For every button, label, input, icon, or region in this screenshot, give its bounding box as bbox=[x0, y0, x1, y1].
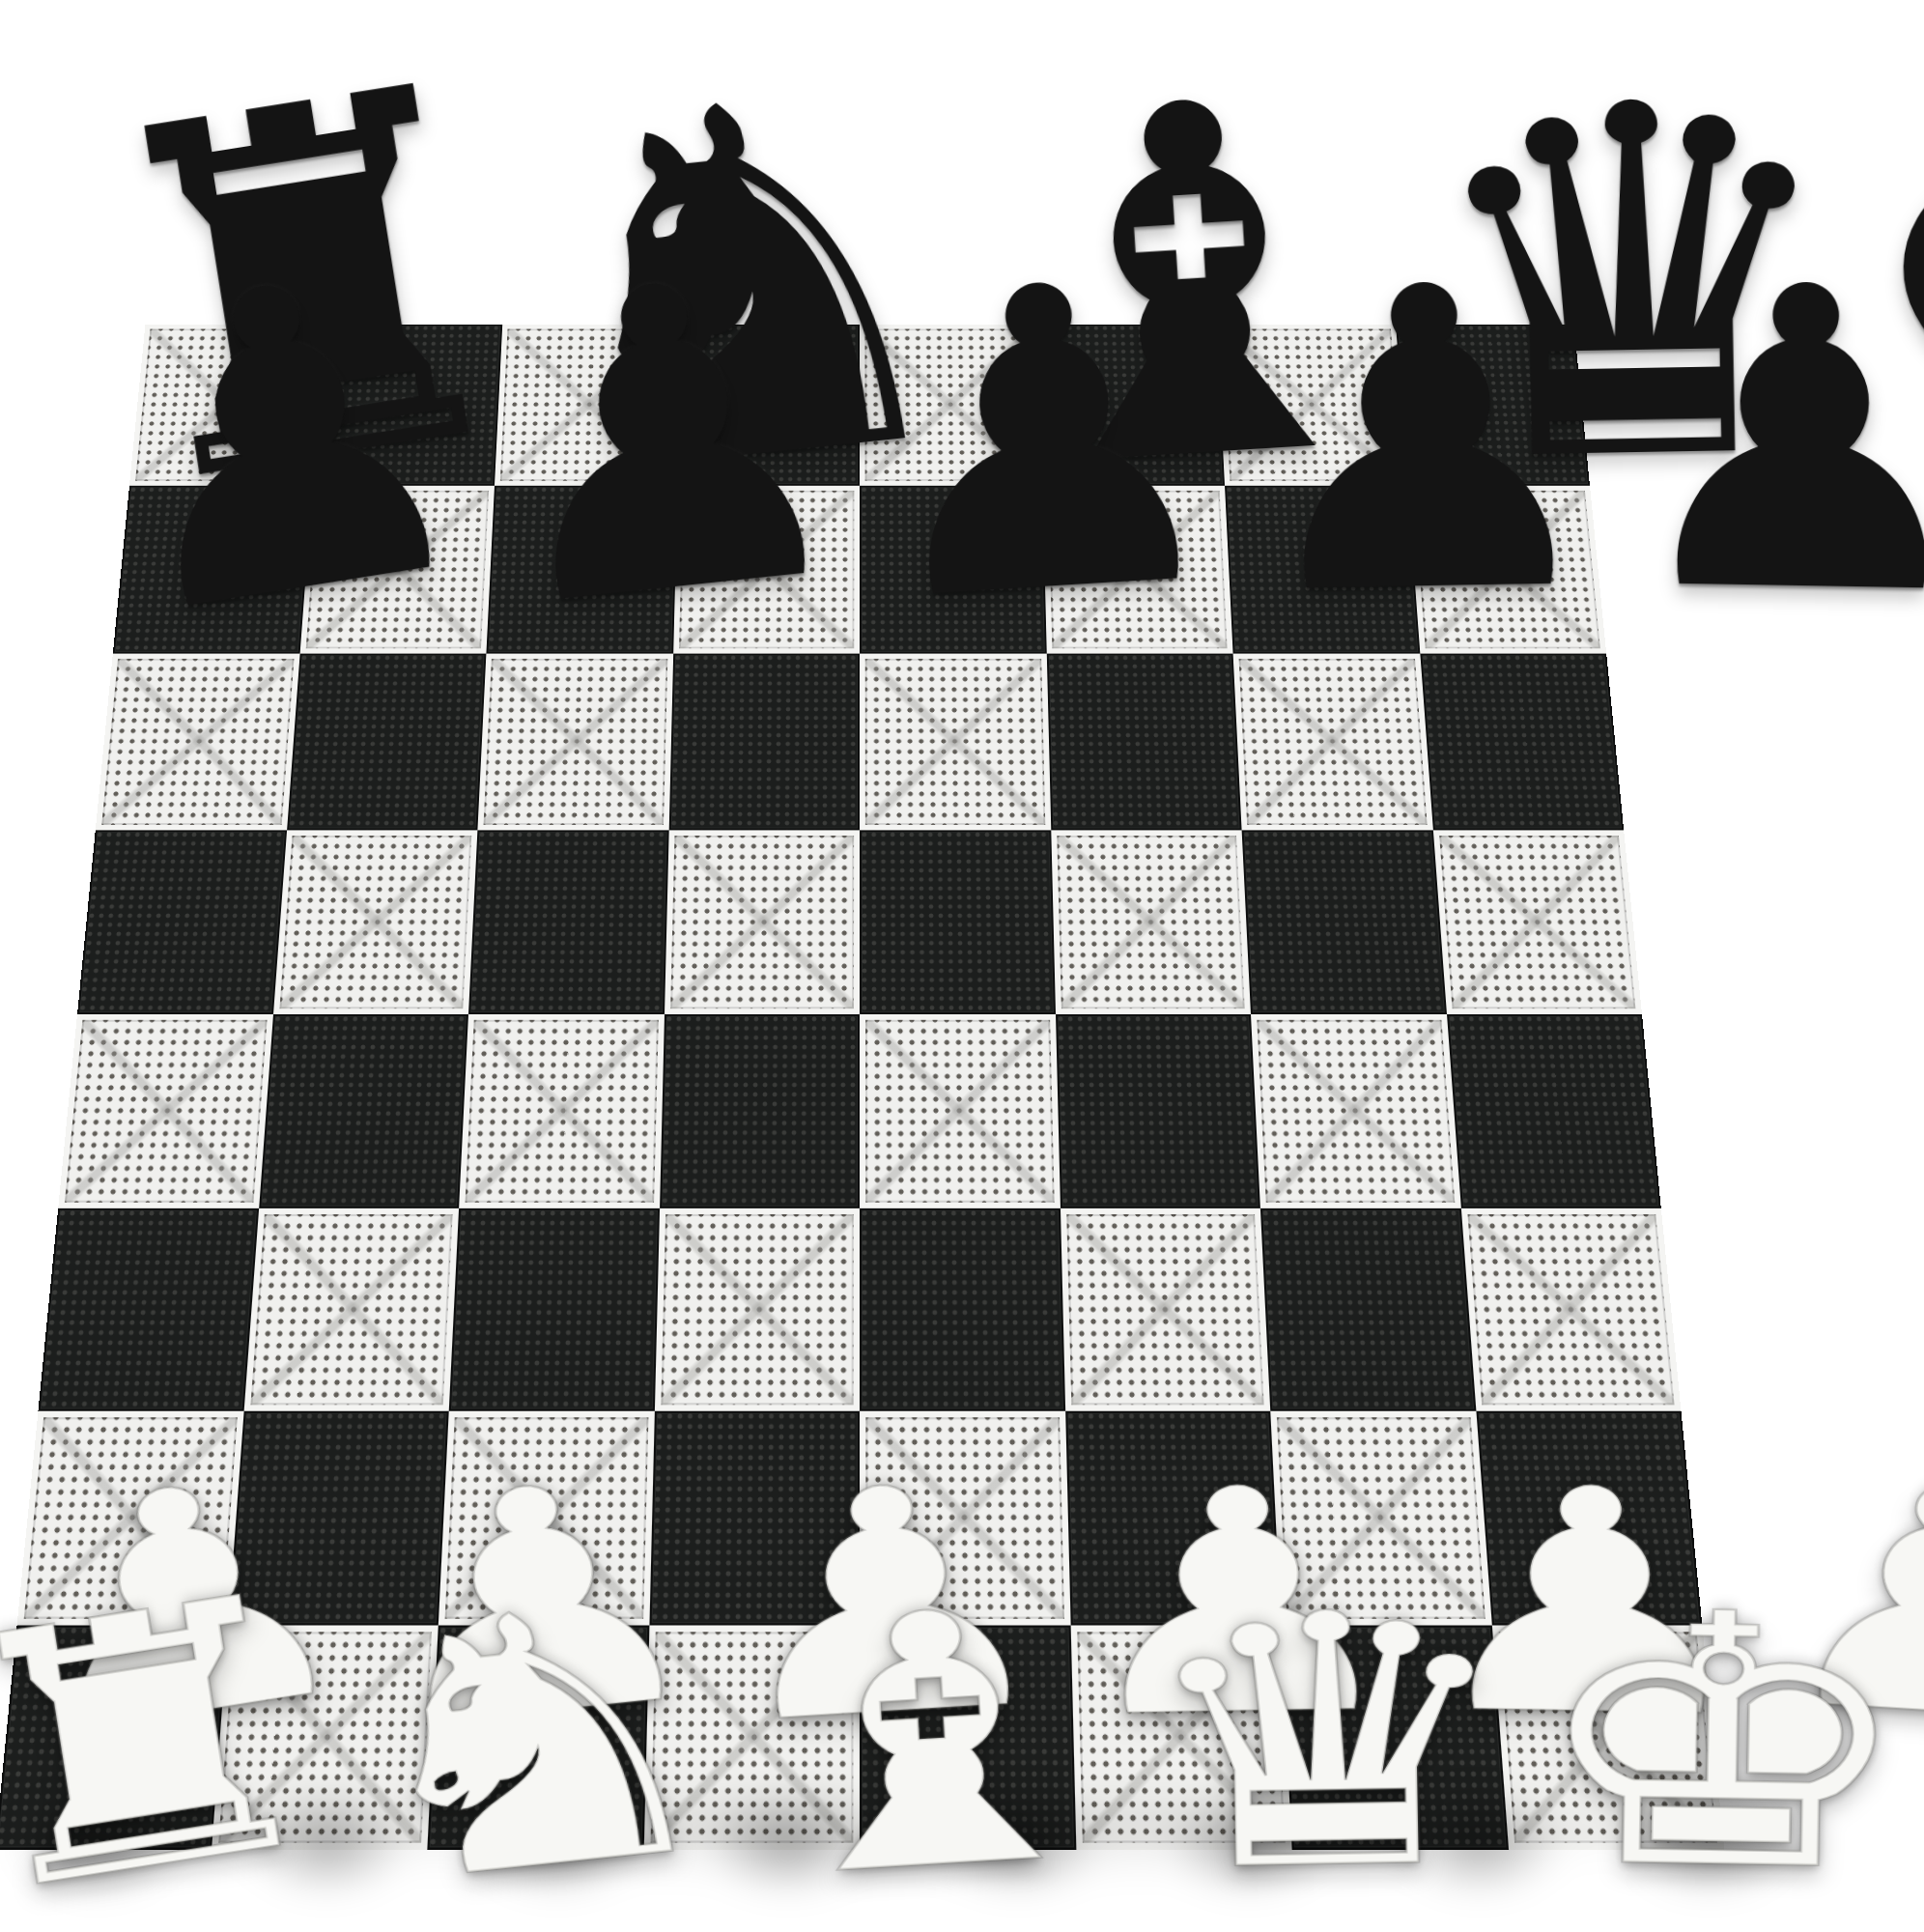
piece-black-pawn[interactable]: ♟ bbox=[77, 255, 495, 634]
square-c3[interactable] bbox=[449, 1207, 660, 1410]
square-b3[interactable] bbox=[243, 1207, 459, 1410]
piece-black-pawn[interactable]: ♟ bbox=[1237, 276, 1615, 607]
piece-black-pawn[interactable]: ♟ bbox=[1615, 276, 1924, 607]
square-g4[interactable] bbox=[1251, 1014, 1460, 1207]
piece-cell-c7: ♟ bbox=[846, 197, 1242, 615]
piece-white-queen[interactable]: ♛ bbox=[1130, 1605, 1524, 1883]
square-d4[interactable] bbox=[660, 1014, 860, 1207]
square-h3[interactable] bbox=[1460, 1207, 1681, 1410]
square-h5[interactable] bbox=[1432, 830, 1642, 1014]
product-photo: ♜♞♝♛♚♝♞♜♟♟♟♟♟♟♟♟♟♟♟♟♟♟♟♟♜♞♝♛♚♝♞♜ bbox=[0, 0, 1924, 1932]
piece-white-rook[interactable]: ♜ bbox=[0, 1580, 354, 1909]
square-b4[interactable] bbox=[259, 1014, 468, 1207]
square-g3[interactable] bbox=[1260, 1207, 1476, 1410]
piece-white-bishop[interactable]: ♝ bbox=[729, 1596, 1135, 1890]
square-e4[interactable] bbox=[860, 1014, 1060, 1207]
square-a3[interactable] bbox=[38, 1207, 258, 1410]
piece-cell-b7: ♟ bbox=[458, 190, 869, 623]
square-g5[interactable] bbox=[1242, 830, 1447, 1014]
square-b5[interactable] bbox=[273, 830, 478, 1014]
piece-white-king[interactable]: ♚ bbox=[1525, 1605, 1919, 1883]
square-a5[interactable] bbox=[77, 830, 287, 1014]
square-f3[interactable] bbox=[1060, 1207, 1270, 1410]
piece-row-rank-7: ♟♟♟♟♟♟♟♟ bbox=[126, 208, 1632, 604]
square-a4[interactable] bbox=[58, 1014, 272, 1207]
square-e3[interactable] bbox=[860, 1207, 1065, 1410]
piece-black-pawn[interactable]: ♟ bbox=[851, 269, 1242, 614]
square-f4[interactable] bbox=[1056, 1014, 1260, 1207]
square-d3[interactable] bbox=[654, 1207, 860, 1410]
square-c4[interactable] bbox=[459, 1014, 664, 1207]
piece-cell-a7: ♟ bbox=[66, 184, 495, 633]
piece-white-knight[interactable]: ♞ bbox=[328, 1589, 745, 1899]
piece-cell-e7: ♟ bbox=[1615, 205, 1924, 608]
piece-cell-d7: ♟ bbox=[1235, 205, 1615, 608]
square-h4[interactable] bbox=[1447, 1014, 1661, 1207]
square-c5[interactable] bbox=[468, 830, 668, 1014]
square-d5[interactable] bbox=[665, 830, 861, 1014]
square-f5[interactable] bbox=[1051, 830, 1251, 1014]
square-e5[interactable] bbox=[860, 830, 1056, 1014]
piece-black-pawn[interactable]: ♟ bbox=[465, 262, 868, 623]
